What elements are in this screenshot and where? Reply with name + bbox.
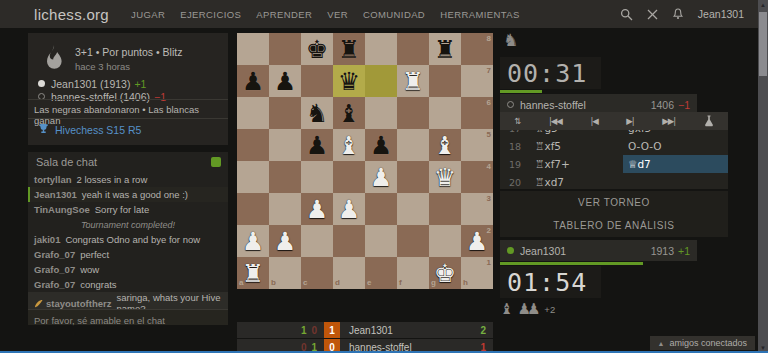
square-b5[interactable] bbox=[269, 129, 301, 161]
chat-message: Jean1301yeah it was a good one :) bbox=[28, 187, 228, 202]
info-players: Jean1301 (1913)+1hannes-stoffel (1406)−1 bbox=[38, 78, 166, 104]
square-d4[interactable] bbox=[333, 161, 365, 193]
tournament-link[interactable]: Hivechess S15 R5 bbox=[38, 123, 141, 136]
piece-white-pawn: ♟ bbox=[269, 225, 301, 257]
online-dot bbox=[507, 247, 514, 254]
square-b7[interactable]: ♟ bbox=[269, 65, 301, 97]
square-a1[interactable]: ♜a bbox=[237, 257, 269, 289]
chat-text: saringa, whats your Hive name? bbox=[116, 292, 222, 309]
file-label-g: g bbox=[431, 279, 436, 287]
player-top-delta: −1 bbox=[678, 99, 690, 111]
recent-results: 10 bbox=[237, 325, 324, 336]
move-white[interactable]: ♖xf5 bbox=[530, 137, 623, 155]
move-number: 18 bbox=[500, 137, 530, 155]
move-number: 19 bbox=[500, 155, 530, 173]
recent-result: 1 bbox=[301, 325, 307, 336]
chat-text: Congrats Odno and bye for now bbox=[65, 234, 200, 245]
chat-notice: Tournament completed! bbox=[28, 217, 228, 232]
search-icon[interactable] bbox=[620, 8, 633, 21]
game-info-panel: 3+1 • Por puntos • Blitz hace 3 horas Je… bbox=[28, 33, 228, 145]
replay-controls: ⇅|◀◀|◀▶|▶▶| bbox=[500, 112, 728, 130]
square-h2[interactable]: ♟2 bbox=[461, 225, 493, 257]
nav-items: JUGAREJERCICIOSAPRENDERVERCOMUNIDADHERRA… bbox=[131, 9, 520, 20]
standings-player-name[interactable]: Jean1301 bbox=[340, 325, 464, 336]
square-h5[interactable]: 5 bbox=[461, 129, 493, 161]
analysis-board-icon[interactable] bbox=[704, 115, 714, 127]
page-scrollbar[interactable]: ▲ ▼ bbox=[758, 0, 768, 353]
chat-username[interactable]: TinAungSoe bbox=[34, 204, 90, 215]
piece-white-bishop: ♝ bbox=[333, 129, 365, 161]
captured-pawns-icon: ♟♟ bbox=[517, 302, 536, 317]
chat-username[interactable]: jaki01 bbox=[34, 234, 60, 245]
chess-board: ♚♜♜8♟♟♛♜7♞♝6♟♝♟♝5♟♛4♟♟3♟♟♟2♜abcdef♚gh1 bbox=[237, 33, 493, 289]
square-c6[interactable]: ♞ bbox=[301, 97, 333, 129]
move-white[interactable]: ♖xd7 bbox=[530, 173, 623, 189]
chat-username[interactable]: Grafo_07 bbox=[34, 264, 75, 275]
chat-username[interactable]: stayoutoftherz bbox=[46, 298, 111, 309]
square-d3[interactable]: ♟ bbox=[333, 193, 365, 225]
square-e4[interactable]: ♟ bbox=[365, 161, 397, 193]
square-d6[interactable]: ♝ bbox=[333, 97, 365, 129]
piece-black-pawn: ♟ bbox=[237, 65, 269, 97]
expand-up-icon: ▲ bbox=[658, 340, 665, 347]
square-d8[interactable]: ♜ bbox=[333, 33, 365, 65]
move-row-18: 18♖xf5O-O-O bbox=[500, 137, 728, 155]
rating-delta: −1 bbox=[154, 91, 166, 103]
nav-item-ver[interactable]: VER bbox=[327, 9, 348, 20]
piece-black-bishop: ♝ bbox=[333, 97, 365, 129]
square-h8[interactable]: 8 bbox=[461, 33, 493, 65]
chat-message: Grafo_07perfect bbox=[28, 247, 228, 262]
go-last-move-icon[interactable]: ▶▶| bbox=[662, 116, 675, 126]
square-f8[interactable] bbox=[397, 33, 429, 65]
square-f6[interactable] bbox=[397, 97, 429, 129]
chat-text: yeah it was a good one :) bbox=[82, 189, 188, 200]
square-b6[interactable] bbox=[269, 97, 301, 129]
chat-toggle[interactable] bbox=[211, 157, 221, 167]
rank-label-1: 1 bbox=[487, 259, 491, 267]
square-g2[interactable] bbox=[429, 225, 461, 257]
friends-online-label: amigos conectados bbox=[669, 338, 747, 348]
square-f1[interactable]: f bbox=[397, 257, 429, 289]
chat-input-row bbox=[28, 309, 228, 325]
square-e1[interactable]: e bbox=[365, 257, 397, 289]
chat-message: stayoutoftherzsaringa, whats your Hive n… bbox=[28, 292, 228, 309]
file-label-a: a bbox=[239, 279, 243, 287]
piece-white-pawn: ♟ bbox=[301, 193, 333, 225]
nav-item-aprender[interactable]: APRENDER bbox=[256, 9, 312, 20]
chat-message: tortyllan2 losses in a row bbox=[28, 172, 228, 187]
square-d5[interactable]: ♝ bbox=[333, 129, 365, 161]
piece-black-pawn: ♟ bbox=[301, 129, 333, 161]
clock-top: 00:31 bbox=[500, 57, 601, 89]
piece-white-queen: ♛ bbox=[429, 161, 461, 193]
player-bottom-name[interactable]: Jean1301 bbox=[520, 245, 566, 257]
move-white[interactable]: ♗g5 bbox=[530, 130, 623, 137]
rank-label-8: 8 bbox=[487, 35, 491, 43]
piece-white-rook: ♜ bbox=[397, 65, 429, 97]
material-advantage: +2 bbox=[544, 304, 555, 315]
patron-wing-icon bbox=[34, 299, 43, 308]
file-label-c: c bbox=[303, 279, 307, 287]
chat-message: jaki01Congrats Odno and bye for now bbox=[28, 232, 228, 247]
file-label-f: f bbox=[399, 279, 402, 287]
piece-black-pawn: ♟ bbox=[365, 129, 397, 161]
square-h4[interactable]: 4 bbox=[461, 161, 493, 193]
game-time-ago: hace 3 horas bbox=[75, 61, 130, 72]
notifications-bell-icon[interactable] bbox=[672, 8, 684, 20]
piece-black-queen: ♛ bbox=[333, 65, 365, 97]
rank-label-6: 6 bbox=[487, 99, 491, 107]
time-control: 3+1 • Por puntos • Blitz bbox=[75, 46, 182, 58]
move-row-20: 20♖xd7 bbox=[500, 173, 728, 189]
piece-black-knight: ♞ bbox=[301, 97, 333, 129]
square-e6[interactable] bbox=[365, 97, 397, 129]
info-player-black[interactable]: hannes-stoffel (1406)−1 bbox=[38, 91, 166, 102]
divider bbox=[28, 118, 228, 119]
piece-white-pawn: ♟ bbox=[237, 225, 269, 257]
lichess-logo[interactable]: lichess.org bbox=[34, 6, 109, 23]
offline-dot bbox=[507, 101, 514, 108]
piece-black-pawn: ♟ bbox=[269, 65, 301, 97]
flip-board-icon[interactable]: ⇅ bbox=[514, 116, 520, 126]
square-c8[interactable]: ♚ bbox=[301, 33, 333, 65]
square-a2[interactable]: ♟ bbox=[237, 225, 269, 257]
square-a6[interactable] bbox=[237, 97, 269, 129]
nav-item-jugar[interactable]: JUGAR bbox=[131, 9, 165, 20]
chat-message: TinAungSoeSorry for late bbox=[28, 202, 228, 217]
chat-text: congrats bbox=[80, 279, 116, 290]
file-label-b: b bbox=[271, 279, 276, 287]
square-h1[interactable]: h1 bbox=[461, 257, 493, 289]
chat-text: wow bbox=[80, 264, 99, 275]
square-a5[interactable] bbox=[237, 129, 269, 161]
square-a7[interactable]: ♟ bbox=[237, 65, 269, 97]
square-h7[interactable]: 7 bbox=[461, 65, 493, 97]
chat-username[interactable]: Grafo_07 bbox=[34, 279, 75, 290]
square-c1[interactable]: c bbox=[301, 257, 333, 289]
square-f2[interactable] bbox=[397, 225, 429, 257]
go-previous-move-icon[interactable]: |◀ bbox=[590, 116, 597, 126]
chat-username[interactable]: Grafo_07 bbox=[34, 249, 75, 260]
chat-panel: Sala de chat tortyllan2 losses in a rowJ… bbox=[28, 152, 228, 325]
clock-bottom: 01:54 bbox=[500, 266, 601, 298]
square-c2[interactable] bbox=[301, 225, 333, 257]
piece-black-king: ♚ bbox=[301, 33, 333, 65]
nav-item-herramientas[interactable]: HERRAMIENTAS bbox=[440, 9, 520, 20]
nav-item-ejercicios[interactable]: EJERCICIOS bbox=[180, 9, 241, 20]
info-player-white[interactable]: Jean1301 (1913)+1 bbox=[38, 78, 166, 89]
current-game-score: 1 bbox=[324, 322, 340, 338]
tournament-name: Hivechess S15 R5 bbox=[55, 124, 141, 136]
divider bbox=[28, 99, 228, 100]
square-a3[interactable] bbox=[237, 193, 269, 225]
move-list: 17♗g5gxf518♖xf5O-O-O19♖xf7+♕d720♖xd7 bbox=[500, 130, 728, 189]
player-label: hannes-stoffel (1406) bbox=[51, 91, 150, 103]
square-h6[interactable]: 6 bbox=[461, 97, 493, 129]
chat-title: Sala de chat bbox=[36, 156, 97, 168]
lichess-game-page: lichess.org JUGAREJERCICIOSAPRENDERVERCO… bbox=[0, 0, 768, 353]
go-first-move-icon[interactable]: |◀◀ bbox=[549, 116, 562, 126]
player-label: Jean1301 (1913) bbox=[51, 78, 130, 90]
move-black[interactable]: ♕d7 bbox=[623, 155, 728, 173]
square-d1[interactable]: d bbox=[333, 257, 365, 289]
square-g4[interactable]: ♛ bbox=[429, 161, 461, 193]
file-label-d: d bbox=[335, 279, 340, 287]
square-g5[interactable]: ♝ bbox=[429, 129, 461, 161]
move-row-19: 19♖xf7+♕d7 bbox=[500, 155, 728, 173]
chat-text: Sorry for late bbox=[95, 204, 149, 215]
go-next-move-icon[interactable]: ▶| bbox=[626, 116, 633, 126]
square-e8[interactable] bbox=[365, 33, 397, 65]
nav-right: Jean1301 bbox=[620, 8, 744, 21]
panel-buttons: VER TORNEO TABLERO DE ANÁLISIS bbox=[500, 191, 728, 237]
square-b8[interactable] bbox=[269, 33, 301, 65]
player-top-rating: 1406 bbox=[651, 99, 674, 111]
player-bottom-rating: 1913 bbox=[651, 245, 674, 257]
square-g3[interactable] bbox=[429, 193, 461, 225]
square-c5[interactable]: ♟ bbox=[301, 129, 333, 161]
friends-online-bar[interactable]: ▲ amigos conectados bbox=[650, 336, 755, 350]
move-row-17: 17♗g5gxf5 bbox=[500, 130, 728, 137]
square-c4[interactable] bbox=[301, 161, 333, 193]
move-number: 17 bbox=[500, 130, 530, 137]
trophy-icon bbox=[38, 123, 49, 136]
piece-white-bishop: ♝ bbox=[429, 129, 461, 161]
square-b3[interactable] bbox=[269, 193, 301, 225]
square-c3[interactable]: ♟ bbox=[301, 193, 333, 225]
rank-label-5: 5 bbox=[487, 131, 491, 139]
white-color-disc bbox=[38, 80, 45, 87]
square-c7[interactable] bbox=[301, 65, 333, 97]
blitz-flame-icon bbox=[41, 45, 65, 77]
chat-text: 2 losses in a row bbox=[76, 174, 147, 185]
rank-label-7: 7 bbox=[487, 67, 491, 75]
standings-total: 2 bbox=[464, 325, 493, 336]
tournament-standings: 101Jean13012010hannes-stoffel1 bbox=[237, 322, 493, 353]
square-e3[interactable] bbox=[365, 193, 397, 225]
move-black bbox=[623, 173, 728, 189]
rating-delta: +1 bbox=[134, 78, 146, 90]
square-h3[interactable]: 3 bbox=[461, 193, 493, 225]
chat-message: Grafo_07congrats bbox=[28, 277, 228, 292]
piece-white-pawn: ♟ bbox=[333, 193, 365, 225]
player-row-bottom[interactable]: Jean1301 1913 +1 bbox=[500, 240, 697, 261]
rank-label-4: 4 bbox=[487, 163, 491, 171]
move-black[interactable]: gxf5 bbox=[623, 130, 728, 137]
square-d2[interactable] bbox=[333, 225, 365, 257]
chat-message: Grafo_07wow bbox=[28, 262, 228, 277]
move-white[interactable]: ♖xf7+ bbox=[530, 155, 623, 173]
challenges-icon[interactable] bbox=[647, 9, 658, 20]
file-label-h: h bbox=[463, 279, 468, 287]
chat-messages: tortyllan2 losses in a rowJean1301yeah i… bbox=[28, 172, 228, 309]
square-g7[interactable] bbox=[429, 65, 461, 97]
standings-row[interactable]: 101Jean13012 bbox=[237, 322, 493, 338]
chat-username[interactable]: tortyllan bbox=[34, 174, 71, 185]
user-menu[interactable]: Jean1301 bbox=[698, 8, 744, 20]
square-e2[interactable] bbox=[365, 225, 397, 257]
piece-black-rook: ♜ bbox=[333, 33, 365, 65]
square-a8[interactable] bbox=[237, 33, 269, 65]
square-g1[interactable]: ♚g bbox=[429, 257, 461, 289]
square-f4[interactable] bbox=[397, 161, 429, 193]
piece-black-rook: ♜ bbox=[429, 33, 461, 65]
square-a4[interactable] bbox=[237, 161, 269, 193]
time-bar-top bbox=[500, 90, 542, 93]
piece-white-pawn: ♟ bbox=[365, 161, 397, 193]
scrollbar-thumb[interactable] bbox=[759, 12, 767, 76]
scrollbar-up-arrow[interactable]: ▲ bbox=[758, 2, 768, 8]
square-f7[interactable]: ♜ bbox=[397, 65, 429, 97]
analysis-board-button[interactable]: TABLERO DE ANÁLISIS bbox=[553, 220, 674, 231]
square-b2[interactable]: ♟ bbox=[269, 225, 301, 257]
chat-username[interactable]: Jean1301 bbox=[34, 189, 77, 200]
move-number: 20 bbox=[500, 173, 530, 189]
file-label-e: e bbox=[367, 279, 371, 287]
square-e7[interactable] bbox=[365, 65, 397, 97]
square-g8[interactable]: ♜ bbox=[429, 33, 461, 65]
time-bar-bottom bbox=[500, 262, 643, 265]
nav-item-comunidad[interactable]: COMUNIDAD bbox=[363, 9, 425, 20]
rank-label-2: 2 bbox=[487, 227, 491, 235]
knight-variant-icon: ♞ bbox=[503, 30, 518, 50]
recent-result: 0 bbox=[311, 325, 317, 336]
player-bottom-delta: +1 bbox=[678, 245, 690, 257]
captured-pieces: ♝ ♟♟ +2 bbox=[500, 302, 555, 317]
view-tournament-button[interactable]: VER TORNEO bbox=[578, 197, 650, 208]
player-top-name[interactable]: hannes-stoffel bbox=[520, 99, 586, 111]
rank-label-3: 3 bbox=[487, 195, 491, 203]
captured-bishop-icon: ♝ bbox=[500, 302, 513, 317]
square-f3[interactable] bbox=[397, 193, 429, 225]
square-b4[interactable] bbox=[269, 161, 301, 193]
square-d7[interactable]: ♛ bbox=[333, 65, 365, 97]
chat-input[interactable] bbox=[28, 313, 228, 328]
top-navbar: lichess.org JUGAREJERCICIOSAPRENDERVERCO… bbox=[0, 0, 758, 28]
square-b1[interactable]: b bbox=[269, 257, 301, 289]
chat-text: perfect bbox=[80, 249, 109, 260]
move-black[interactable]: O-O-O bbox=[623, 137, 728, 155]
square-e5[interactable]: ♟ bbox=[365, 129, 397, 161]
square-g6[interactable] bbox=[429, 97, 461, 129]
square-f5[interactable] bbox=[397, 129, 429, 161]
